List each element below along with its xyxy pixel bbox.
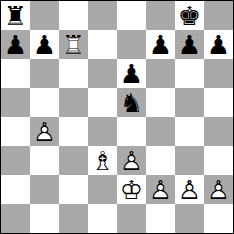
square-e1[interactable]: [117, 204, 146, 233]
square-e6[interactable]: ♟: [117, 59, 146, 88]
square-d6[interactable]: [88, 59, 117, 88]
square-a2[interactable]: [1, 175, 30, 204]
square-g3[interactable]: [175, 146, 204, 175]
square-d2[interactable]: [88, 175, 117, 204]
bishop-outline-layer: ♗: [88, 146, 117, 175]
pawn-outline-layer: ♙: [117, 146, 146, 175]
square-b7[interactable]: ♟: [30, 30, 59, 59]
square-g7[interactable]: ♟: [175, 30, 204, 59]
square-e4[interactable]: [117, 117, 146, 146]
rook-outline-layer: ♖: [59, 30, 88, 59]
pawn-outline-layer: ♙: [175, 175, 204, 204]
square-b5[interactable]: [30, 88, 59, 117]
square-d5[interactable]: [88, 88, 117, 117]
square-b1[interactable]: [30, 204, 59, 233]
black-pawn[interactable]: ♟: [117, 59, 146, 88]
white-king[interactable]: ♚♔: [117, 175, 146, 204]
square-a3[interactable]: [1, 146, 30, 175]
square-f8[interactable]: [146, 1, 175, 30]
square-g4[interactable]: [175, 117, 204, 146]
square-f7[interactable]: ♟: [146, 30, 175, 59]
square-e2[interactable]: ♚♔: [117, 175, 146, 204]
square-g8[interactable]: ♚: [175, 1, 204, 30]
white-pawn[interactable]: ♟♙: [146, 175, 175, 204]
square-f1[interactable]: [146, 204, 175, 233]
white-rook[interactable]: ♜♖: [59, 30, 88, 59]
black-pawn[interactable]: ♟: [204, 30, 233, 59]
square-h1[interactable]: [204, 204, 233, 233]
square-c6[interactable]: [59, 59, 88, 88]
square-f4[interactable]: [146, 117, 175, 146]
pawn-outline-layer: ♙: [204, 175, 233, 204]
black-pawn[interactable]: ♟: [30, 30, 59, 59]
square-c1[interactable]: [59, 204, 88, 233]
square-d4[interactable]: [88, 117, 117, 146]
square-a5[interactable]: [1, 88, 30, 117]
black-knight[interactable]: ♞: [117, 88, 146, 117]
square-f5[interactable]: [146, 88, 175, 117]
square-e3[interactable]: ♟♙: [117, 146, 146, 175]
square-f6[interactable]: [146, 59, 175, 88]
black-pawn[interactable]: ♟: [1, 30, 30, 59]
square-e5[interactable]: ♞: [117, 88, 146, 117]
square-g1[interactable]: [175, 204, 204, 233]
black-rook[interactable]: ♜: [1, 1, 30, 30]
square-g5[interactable]: [175, 88, 204, 117]
square-g6[interactable]: [175, 59, 204, 88]
white-pawn[interactable]: ♟♙: [30, 117, 59, 146]
white-bishop[interactable]: ♝♗: [88, 146, 117, 175]
square-a7[interactable]: ♟: [1, 30, 30, 59]
square-h6[interactable]: [204, 59, 233, 88]
square-h2[interactable]: ♟♙: [204, 175, 233, 204]
square-d8[interactable]: [88, 1, 117, 30]
square-c3[interactable]: [59, 146, 88, 175]
square-a4[interactable]: [1, 117, 30, 146]
square-d3[interactable]: ♝♗: [88, 146, 117, 175]
pawn-outline-layer: ♙: [146, 175, 175, 204]
square-c2[interactable]: [59, 175, 88, 204]
square-c4[interactable]: [59, 117, 88, 146]
square-h7[interactable]: ♟: [204, 30, 233, 59]
square-b6[interactable]: [30, 59, 59, 88]
black-pawn[interactable]: ♟: [175, 30, 204, 59]
king-outline-layer: ♔: [117, 175, 146, 204]
square-e8[interactable]: [117, 1, 146, 30]
square-h8[interactable]: [204, 1, 233, 30]
black-king[interactable]: ♚: [175, 1, 204, 30]
chess-board: ♜♚♟♟♜♖♟♟♟♟♞♟♙♝♗♟♙♚♔♟♙♟♙♟♙: [0, 0, 234, 234]
pawn-outline-layer: ♙: [30, 117, 59, 146]
square-b2[interactable]: [30, 175, 59, 204]
square-a6[interactable]: [1, 59, 30, 88]
square-f2[interactable]: ♟♙: [146, 175, 175, 204]
square-b8[interactable]: [30, 1, 59, 30]
square-h3[interactable]: [204, 146, 233, 175]
square-h5[interactable]: [204, 88, 233, 117]
square-c7[interactable]: ♜♖: [59, 30, 88, 59]
black-pawn[interactable]: ♟: [146, 30, 175, 59]
square-b3[interactable]: [30, 146, 59, 175]
white-pawn[interactable]: ♟♙: [117, 146, 146, 175]
square-f3[interactable]: [146, 146, 175, 175]
square-g2[interactable]: ♟♙: [175, 175, 204, 204]
square-d7[interactable]: [88, 30, 117, 59]
square-d1[interactable]: [88, 204, 117, 233]
square-a8[interactable]: ♜: [1, 1, 30, 30]
square-c5[interactable]: [59, 88, 88, 117]
square-a1[interactable]: [1, 204, 30, 233]
square-c8[interactable]: [59, 1, 88, 30]
white-pawn[interactable]: ♟♙: [175, 175, 204, 204]
square-b4[interactable]: ♟♙: [30, 117, 59, 146]
white-pawn[interactable]: ♟♙: [204, 175, 233, 204]
square-h4[interactable]: [204, 117, 233, 146]
square-e7[interactable]: [117, 30, 146, 59]
